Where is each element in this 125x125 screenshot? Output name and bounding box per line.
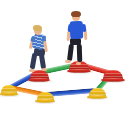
child-right-sleeve bbox=[81, 24, 86, 32]
child-right-sleeve bbox=[67, 24, 72, 32]
child-right-leg-back bbox=[76, 44, 81, 62]
balance-course-photo bbox=[0, 0, 125, 125]
child-right-hair bbox=[71, 11, 81, 18]
child-right-foot bbox=[76, 62, 82, 65]
child-right bbox=[0, 0, 125, 125]
child-right-foot bbox=[65, 60, 71, 63]
child-right-leg-front bbox=[67, 44, 74, 61]
